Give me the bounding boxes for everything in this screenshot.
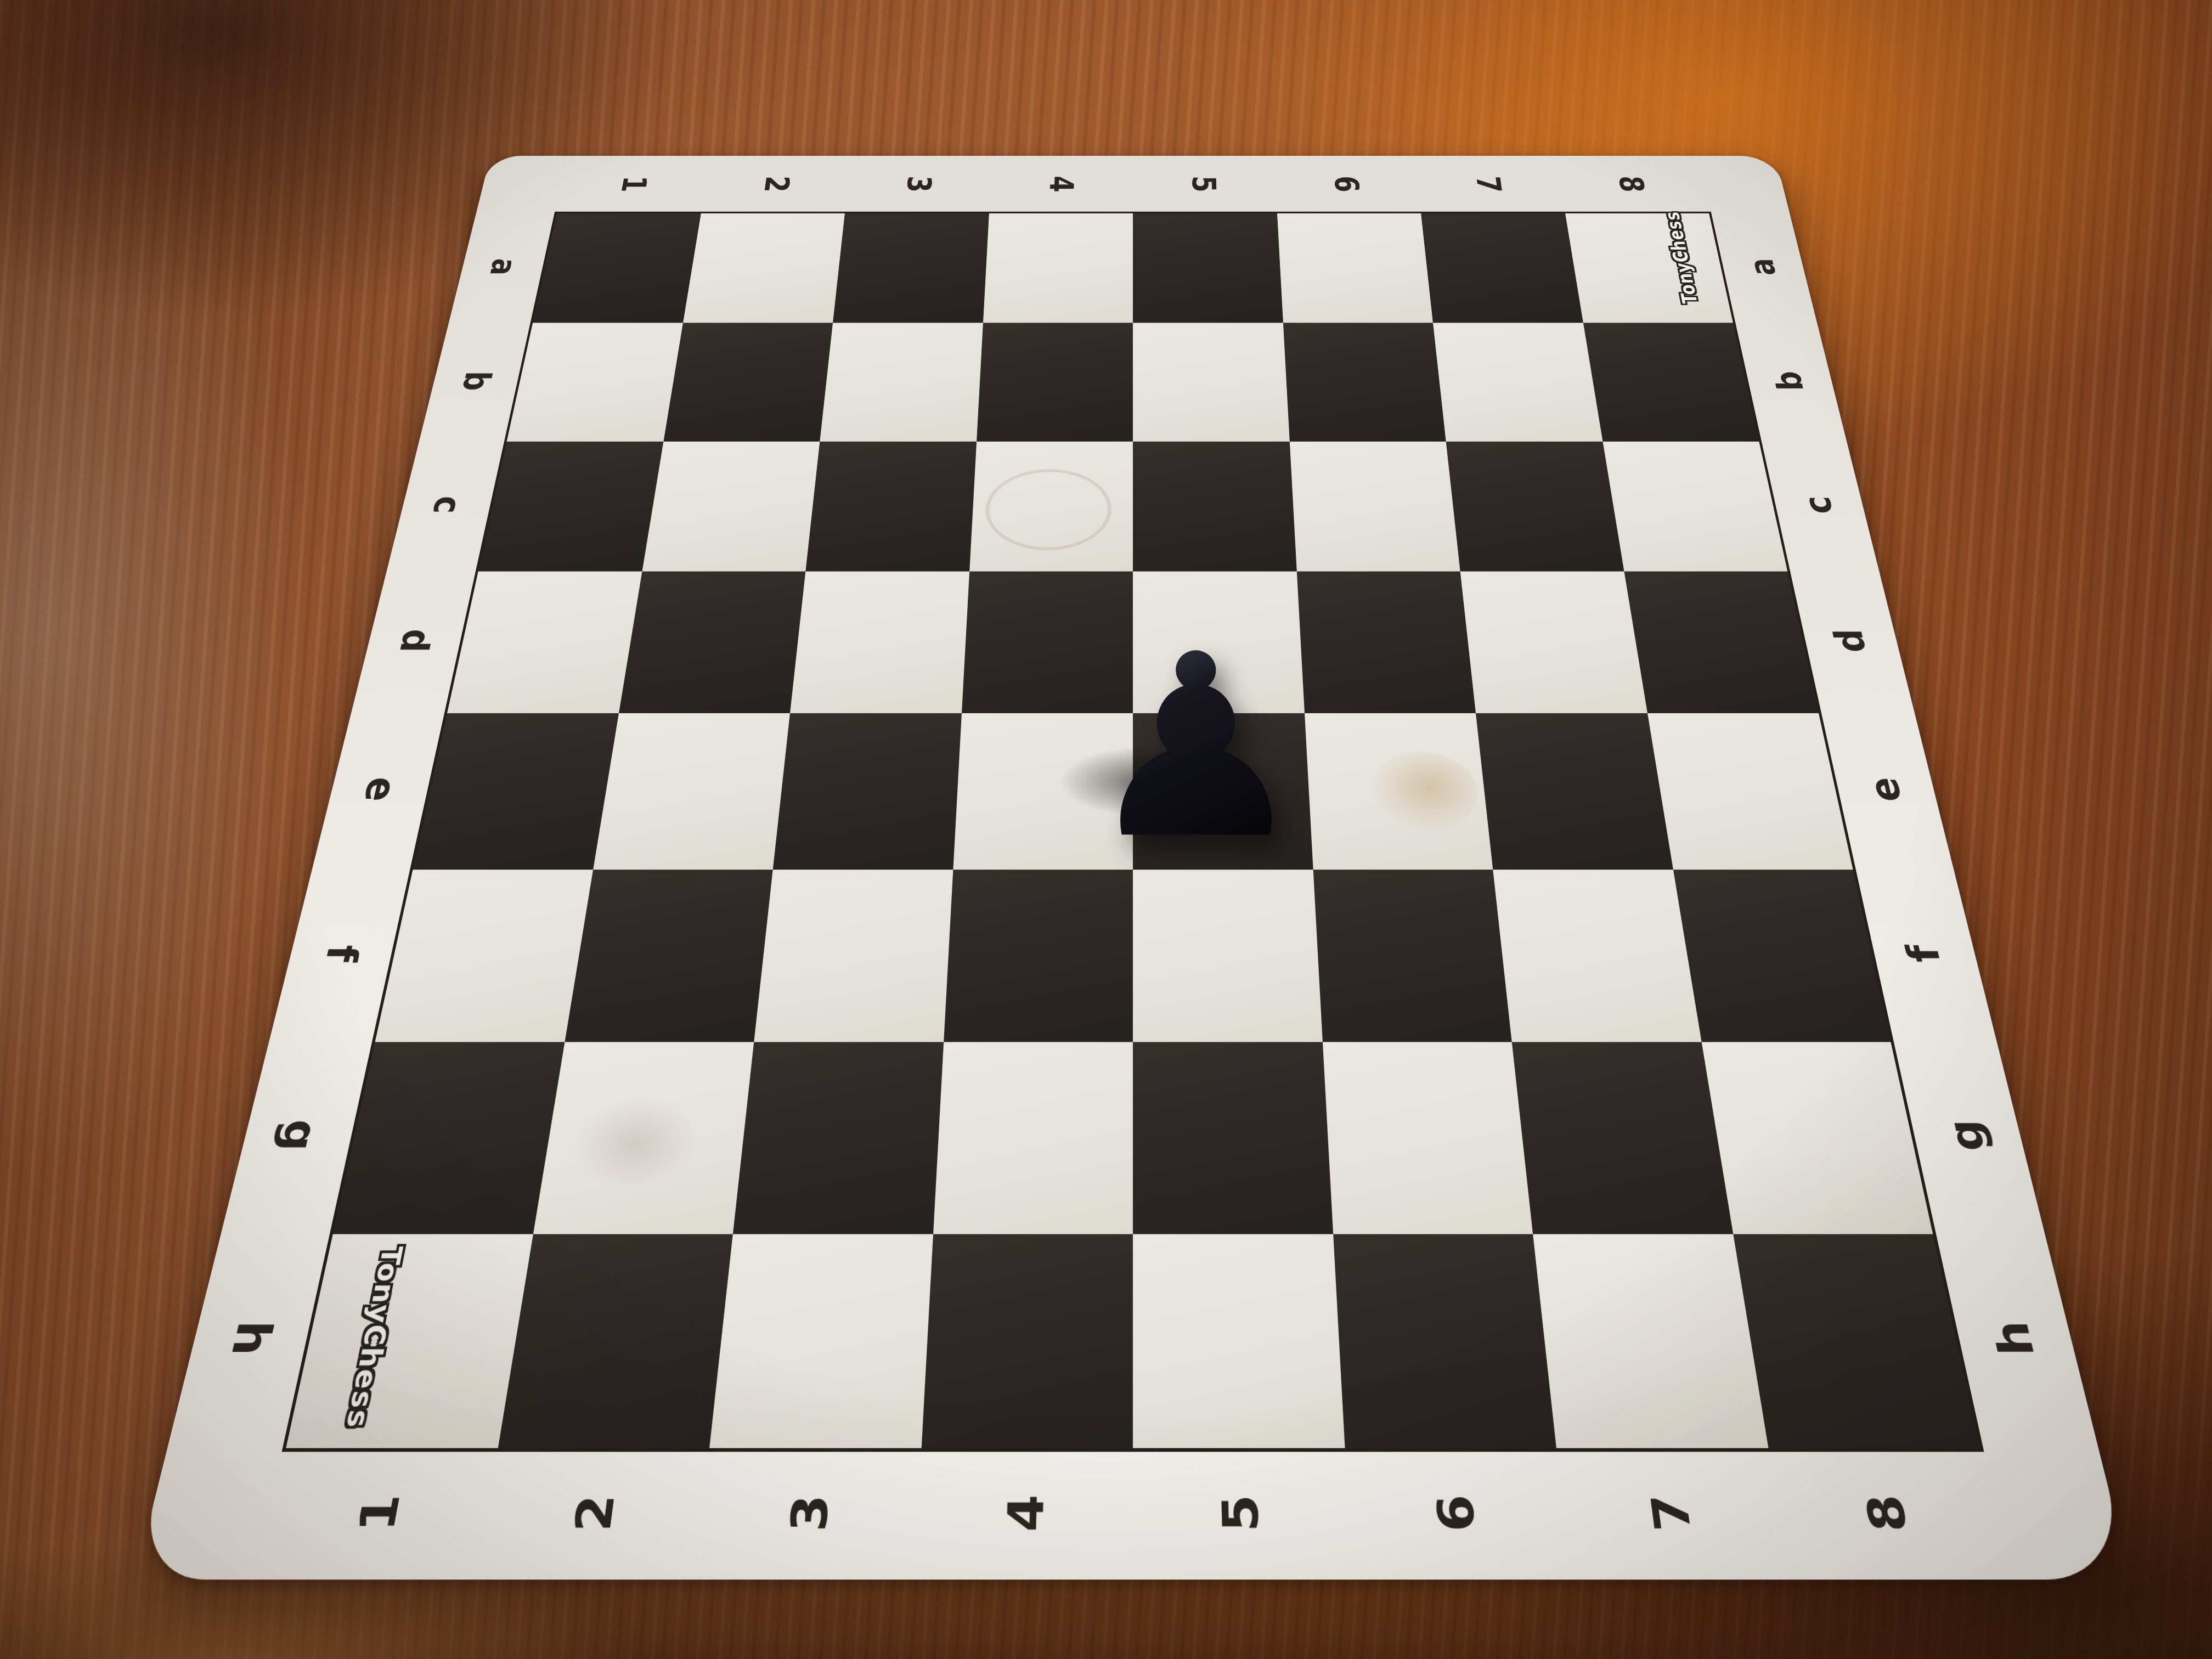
square-f3[interactable] (754, 870, 953, 1042)
square-a8[interactable] (1565, 213, 1733, 323)
square-h2[interactable] (498, 1234, 733, 1448)
square-e1[interactable] (413, 713, 619, 870)
square-g6[interactable] (1322, 1042, 1533, 1234)
square-a1[interactable] (533, 213, 701, 323)
square-c4[interactable] (969, 442, 1133, 571)
square-c1[interactable] (478, 442, 663, 571)
square-e8[interactable] (1647, 713, 1853, 870)
square-g7[interactable] (1512, 1042, 1733, 1234)
square-b7[interactable] (1433, 323, 1602, 442)
square-c3[interactable] (805, 442, 976, 571)
rank-label-top-1: 1 (616, 176, 652, 192)
square-h3[interactable] (709, 1234, 933, 1448)
rank-label-top-8: 8 (1613, 176, 1650, 192)
file-label-left-c: c (427, 496, 469, 513)
rank-label-top-5: 5 (1188, 176, 1221, 192)
rank-label-bottom-3: 3 (783, 1494, 836, 1532)
square-c7[interactable] (1446, 442, 1624, 571)
rank-label-bottom-4: 4 (1000, 1494, 1050, 1532)
square-g3[interactable] (733, 1042, 944, 1234)
square-c2[interactable] (642, 442, 820, 571)
square-b5[interactable] (1133, 323, 1289, 442)
square-f2[interactable] (565, 870, 773, 1042)
square-d1[interactable] (447, 571, 642, 713)
square-f5[interactable] (1133, 870, 1322, 1042)
rank-label-bottom-8: 8 (1858, 1494, 1915, 1532)
square-b3[interactable] (820, 323, 983, 442)
square-f8[interactable] (1673, 870, 1891, 1042)
rank-label-top-6: 6 (1329, 176, 1363, 192)
square-a6[interactable] (1277, 213, 1433, 323)
wood-table: 1122334455667788aabbccddeeffgghh TonyChe… (0, 0, 2212, 1659)
square-f1[interactable] (375, 870, 593, 1042)
file-label-left-e: e (358, 777, 404, 802)
square-a2[interactable] (683, 213, 845, 323)
square-d8[interactable] (1624, 571, 1819, 713)
square-g8[interactable] (1701, 1042, 1933, 1234)
square-d6[interactable] (1296, 571, 1476, 713)
file-label-right-b: b (1769, 371, 1809, 391)
square-c6[interactable] (1289, 442, 1460, 571)
file-label-right-c: c (1798, 496, 1839, 513)
square-b4[interactable] (977, 323, 1133, 442)
square-b8[interactable] (1583, 323, 1759, 442)
wear-mark (983, 469, 1111, 550)
file-label-right-f: f (1900, 945, 1946, 962)
file-label-right-a: a (1743, 258, 1781, 275)
square-e2[interactable] (593, 713, 790, 870)
rank-label-top-4: 4 (1045, 176, 1079, 192)
square-e3[interactable] (773, 713, 962, 870)
file-label-left-b: b (457, 371, 497, 391)
square-h1[interactable] (286, 1234, 533, 1448)
wear-mark (1369, 752, 1481, 830)
file-label-left-a: a (484, 258, 522, 275)
wear-mark (568, 1097, 702, 1189)
square-g2[interactable] (533, 1042, 754, 1234)
file-label-right-e: e (1862, 777, 1908, 802)
square-e6[interactable] (1305, 713, 1493, 870)
square-b6[interactable] (1283, 323, 1446, 442)
file-label-left-g: g (274, 1120, 326, 1152)
square-a5[interactable] (1133, 213, 1283, 323)
square-h7[interactable] (1533, 1234, 1768, 1448)
square-g4[interactable] (933, 1042, 1133, 1234)
rank-label-bottom-7: 7 (1644, 1494, 1699, 1532)
square-c8[interactable] (1602, 442, 1787, 571)
square-c5[interactable] (1133, 442, 1296, 571)
file-label-right-g: g (1940, 1120, 1992, 1152)
square-d7[interactable] (1460, 571, 1647, 713)
square-g1[interactable] (333, 1042, 565, 1234)
square-a7[interactable] (1421, 213, 1583, 323)
file-label-left-f: f (319, 945, 366, 962)
square-d2[interactable] (619, 571, 806, 713)
square-e7[interactable] (1476, 713, 1673, 870)
rank-label-top-2: 2 (759, 176, 794, 192)
square-f6[interactable] (1313, 870, 1512, 1042)
square-f4[interactable] (944, 870, 1133, 1042)
square-g5[interactable] (1133, 1042, 1333, 1234)
square-h6[interactable] (1333, 1234, 1556, 1448)
rank-label-bottom-2: 2 (567, 1494, 622, 1532)
square-b2[interactable] (663, 323, 833, 442)
rank-label-top-3: 3 (902, 176, 936, 192)
rank-label-bottom-5: 5 (1215, 1494, 1266, 1532)
square-h8[interactable] (1733, 1234, 1980, 1448)
file-label-right-d: d (1828, 629, 1872, 652)
square-a3[interactable] (833, 213, 989, 323)
black-pawn[interactable]: ♟ (1070, 621, 1322, 873)
rank-label-top-7: 7 (1471, 176, 1506, 192)
square-h5[interactable] (1133, 1234, 1345, 1448)
square-a4[interactable] (983, 213, 1133, 323)
square-d3[interactable] (790, 571, 969, 713)
file-label-right-h: h (1986, 1321, 2041, 1356)
square-f7[interactable] (1493, 870, 1701, 1042)
rank-label-bottom-6: 6 (1430, 1494, 1482, 1532)
file-label-left-h: h (224, 1321, 280, 1356)
square-h4[interactable] (921, 1234, 1133, 1448)
square-b1[interactable] (507, 323, 683, 442)
file-label-left-d: d (394, 629, 438, 652)
rank-label-bottom-1: 1 (351, 1494, 408, 1532)
